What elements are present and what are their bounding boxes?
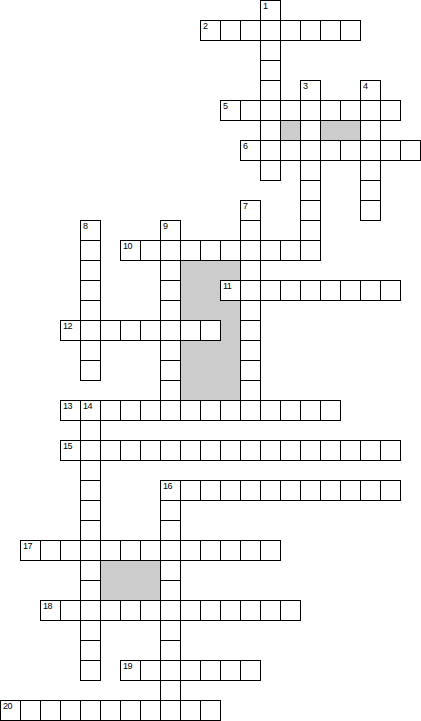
cell[interactable]: [140, 660, 161, 681]
shaded-cell: [340, 120, 361, 141]
cell[interactable]: [340, 100, 361, 121]
cell[interactable]: [260, 100, 281, 121]
cell[interactable]: [80, 640, 101, 661]
cell[interactable]: [80, 460, 101, 481]
shaded-cell: [100, 560, 121, 581]
cell[interactable]: 20: [0, 700, 21, 721]
cell[interactable]: 18: [40, 600, 61, 621]
cell[interactable]: 11: [220, 280, 241, 301]
cell[interactable]: [300, 140, 321, 161]
cell[interactable]: [220, 440, 241, 461]
shaded-cell: [220, 320, 241, 341]
cell[interactable]: 17: [20, 540, 41, 561]
clue-number: 13: [63, 402, 72, 411]
cell[interactable]: [200, 700, 221, 721]
cell[interactable]: [260, 120, 281, 141]
cell[interactable]: [200, 660, 221, 681]
cell[interactable]: [80, 300, 101, 321]
cell[interactable]: 5: [220, 100, 241, 121]
cell[interactable]: [80, 340, 101, 361]
cell[interactable]: [160, 700, 181, 721]
cell[interactable]: [320, 400, 341, 421]
cell[interactable]: [60, 700, 81, 721]
cell[interactable]: [380, 480, 401, 501]
cell[interactable]: [300, 180, 321, 201]
cell[interactable]: [240, 20, 261, 41]
cell[interactable]: [140, 320, 161, 341]
cell[interactable]: [100, 320, 121, 341]
cell[interactable]: 1: [260, 0, 281, 21]
cell[interactable]: [320, 280, 341, 301]
cell[interactable]: [160, 440, 181, 461]
cell[interactable]: [180, 540, 201, 561]
cell[interactable]: [120, 540, 141, 561]
cell[interactable]: [380, 100, 401, 121]
cell[interactable]: [300, 240, 321, 261]
clue-number: 7: [243, 202, 248, 211]
cell[interactable]: [360, 120, 381, 141]
cell[interactable]: [240, 540, 261, 561]
cell[interactable]: [300, 220, 321, 241]
cell[interactable]: [180, 400, 201, 421]
cell[interactable]: [40, 700, 61, 721]
cell[interactable]: [320, 20, 341, 41]
cell[interactable]: [300, 200, 321, 221]
cell[interactable]: [260, 280, 281, 301]
cell[interactable]: [160, 380, 181, 401]
cell[interactable]: [240, 660, 261, 681]
shaded-cell: [120, 580, 141, 601]
crossword-grid: 1234567891011121314151617181920: [0, 0, 421, 721]
cell[interactable]: [220, 240, 241, 261]
cell[interactable]: [260, 20, 281, 41]
cell[interactable]: [180, 700, 201, 721]
cell[interactable]: [360, 160, 381, 181]
shaded-cell: [180, 260, 201, 281]
cell[interactable]: [380, 140, 401, 161]
cell[interactable]: [80, 700, 101, 721]
cell[interactable]: [80, 580, 101, 601]
shaded-cell: [220, 340, 241, 361]
cell[interactable]: [60, 540, 81, 561]
cell[interactable]: [260, 40, 281, 61]
cell[interactable]: [160, 640, 181, 661]
cell[interactable]: [280, 480, 301, 501]
cell[interactable]: [160, 320, 181, 341]
cell[interactable]: [400, 140, 421, 161]
cell[interactable]: [260, 240, 281, 261]
cell[interactable]: [100, 700, 121, 721]
cell[interactable]: [300, 480, 321, 501]
shaded-cell: [180, 280, 201, 301]
clue-number: 12: [63, 322, 72, 331]
cell[interactable]: 6: [240, 140, 261, 161]
cell[interactable]: [260, 440, 281, 461]
cell[interactable]: [80, 660, 101, 681]
cell[interactable]: [160, 400, 181, 421]
cell[interactable]: [240, 220, 261, 241]
shaded-cell: [200, 260, 221, 281]
cell[interactable]: [160, 660, 181, 681]
cell[interactable]: [360, 100, 381, 121]
cell[interactable]: [140, 600, 161, 621]
shaded-cell: [220, 260, 241, 281]
cell[interactable]: [360, 440, 381, 461]
cell[interactable]: [320, 140, 341, 161]
cell[interactable]: [260, 400, 281, 421]
cell[interactable]: [180, 660, 201, 681]
cell[interactable]: [140, 440, 161, 461]
shaded-cell: [200, 300, 221, 321]
cell[interactable]: [240, 100, 261, 121]
cell[interactable]: 12: [60, 320, 81, 341]
cell[interactable]: [160, 500, 181, 521]
cell[interactable]: [160, 240, 181, 261]
cell[interactable]: [160, 520, 181, 541]
cell[interactable]: [160, 300, 181, 321]
cell[interactable]: [160, 560, 181, 581]
cell[interactable]: [200, 240, 221, 261]
shaded-cell: [320, 120, 341, 141]
cell[interactable]: [260, 60, 281, 81]
cell[interactable]: [260, 600, 281, 621]
cell[interactable]: [40, 540, 61, 561]
cell[interactable]: [180, 480, 201, 501]
clue-number: 18: [43, 602, 52, 611]
cell[interactable]: [80, 560, 101, 581]
cell[interactable]: [80, 320, 101, 341]
clue-number: 17: [23, 542, 32, 551]
cell[interactable]: [240, 260, 261, 281]
cell[interactable]: [360, 480, 381, 501]
cell[interactable]: 10: [120, 240, 141, 261]
cell[interactable]: 4: [360, 80, 381, 101]
cell[interactable]: [140, 400, 161, 421]
shaded-cell: [200, 280, 221, 301]
shaded-cell: [200, 340, 221, 361]
shaded-cell: [180, 360, 201, 381]
cell[interactable]: [280, 440, 301, 461]
cell[interactable]: [80, 620, 101, 641]
clue-number: 2: [203, 22, 208, 31]
cell[interactable]: [160, 340, 181, 361]
cell[interactable]: [200, 600, 221, 621]
shaded-cell: [280, 120, 301, 141]
cell[interactable]: [200, 540, 221, 561]
cell[interactable]: [180, 240, 201, 261]
cell[interactable]: [80, 520, 101, 541]
cell[interactable]: [80, 360, 101, 381]
cell[interactable]: [120, 600, 141, 621]
cell[interactable]: [240, 440, 261, 461]
shaded-cell: [180, 300, 201, 321]
clue-number: 9: [163, 222, 168, 231]
cell[interactable]: [260, 80, 281, 101]
clue-number: 16: [163, 482, 172, 491]
cell[interactable]: [120, 400, 141, 421]
cell[interactable]: [240, 300, 261, 321]
clue-number: 20: [3, 702, 12, 711]
cell[interactable]: [100, 440, 121, 461]
cell[interactable]: [260, 140, 281, 161]
cell[interactable]: [80, 440, 101, 461]
cell[interactable]: [140, 540, 161, 561]
cell[interactable]: [300, 440, 321, 461]
cell[interactable]: 15: [60, 440, 81, 461]
cell[interactable]: [300, 20, 321, 41]
cell[interactable]: [160, 620, 181, 641]
cell[interactable]: [300, 120, 321, 141]
cell[interactable]: [220, 600, 241, 621]
cell[interactable]: [200, 320, 221, 341]
cell[interactable]: [80, 280, 101, 301]
cell[interactable]: [200, 440, 221, 461]
shaded-cell: [220, 300, 241, 321]
cell[interactable]: [340, 440, 361, 461]
clue-number: 19: [123, 662, 132, 671]
cell[interactable]: [240, 480, 261, 501]
cell[interactable]: [160, 600, 181, 621]
cell[interactable]: [160, 280, 181, 301]
cell[interactable]: [80, 540, 101, 561]
clue-number: 4: [363, 82, 368, 91]
cell[interactable]: [380, 440, 401, 461]
cell[interactable]: [80, 480, 101, 501]
cell[interactable]: [340, 280, 361, 301]
clue-number: 11: [223, 282, 231, 291]
cell[interactable]: [140, 240, 161, 261]
cell[interactable]: [380, 280, 401, 301]
cell[interactable]: [80, 600, 101, 621]
cell[interactable]: 13: [60, 400, 81, 421]
cell[interactable]: [280, 600, 301, 621]
cell[interactable]: [200, 400, 221, 421]
cell[interactable]: [360, 140, 381, 161]
cell[interactable]: [300, 100, 321, 121]
shaded-cell: [200, 380, 221, 401]
cell[interactable]: [340, 20, 361, 41]
cell[interactable]: [120, 440, 141, 461]
clue-number: 10: [123, 242, 132, 251]
cell[interactable]: [240, 600, 261, 621]
cell[interactable]: [20, 700, 41, 721]
cell[interactable]: [360, 280, 381, 301]
cell[interactable]: [160, 360, 181, 381]
cell[interactable]: [180, 600, 201, 621]
cell[interactable]: [120, 700, 141, 721]
shaded-cell: [100, 580, 121, 601]
cell[interactable]: [220, 540, 241, 561]
cell[interactable]: [340, 480, 361, 501]
cell[interactable]: [160, 260, 181, 281]
cell[interactable]: [160, 680, 181, 701]
cell[interactable]: 9: [160, 220, 181, 241]
cell[interactable]: [180, 440, 201, 461]
clue-number: 3: [303, 82, 308, 91]
cell[interactable]: [280, 400, 301, 421]
cell[interactable]: [160, 540, 181, 561]
cell[interactable]: [280, 280, 301, 301]
cell[interactable]: 14: [80, 400, 101, 421]
shaded-cell: [140, 560, 161, 581]
cell[interactable]: [220, 480, 241, 501]
cell[interactable]: 2: [200, 20, 221, 41]
cell[interactable]: [180, 320, 201, 341]
shaded-cell: [140, 580, 161, 601]
cell[interactable]: [80, 420, 101, 441]
cell[interactable]: [260, 540, 281, 561]
shaded-cell: [180, 340, 201, 361]
cell[interactable]: [280, 240, 301, 261]
cell[interactable]: 16: [160, 480, 181, 501]
cell[interactable]: [80, 260, 101, 281]
cell[interactable]: [60, 600, 81, 621]
cell[interactable]: [240, 340, 261, 361]
cell[interactable]: [280, 100, 301, 121]
cell[interactable]: [300, 160, 321, 181]
cell[interactable]: [240, 380, 261, 401]
cell[interactable]: [320, 440, 341, 461]
cell[interactable]: [100, 540, 121, 561]
cell[interactable]: 3: [300, 80, 321, 101]
cell[interactable]: [140, 700, 161, 721]
cell[interactable]: [100, 400, 121, 421]
cell[interactable]: [260, 480, 281, 501]
cell[interactable]: 7: [240, 200, 261, 221]
cell[interactable]: [300, 400, 321, 421]
cell[interactable]: [220, 20, 241, 41]
cell[interactable]: [120, 320, 141, 341]
cell[interactable]: [220, 400, 241, 421]
shaded-cell: [220, 380, 241, 401]
cell[interactable]: [260, 160, 281, 181]
cell[interactable]: [100, 600, 121, 621]
cell[interactable]: 8: [80, 220, 101, 241]
cell[interactable]: [220, 660, 241, 681]
clue-number: 1: [263, 2, 268, 11]
cell[interactable]: [360, 200, 381, 221]
cell[interactable]: [360, 180, 381, 201]
cell[interactable]: [160, 580, 181, 601]
cell[interactable]: [280, 20, 301, 41]
shaded-cell: [200, 360, 221, 381]
clue-number: 5: [223, 102, 228, 111]
cell[interactable]: [280, 140, 301, 161]
cell[interactable]: [80, 240, 101, 261]
cell[interactable]: [240, 360, 261, 381]
clue-number: 6: [243, 142, 248, 151]
cell[interactable]: [320, 100, 341, 121]
cell[interactable]: [240, 280, 261, 301]
clue-number: 14: [83, 402, 92, 411]
shaded-cell: [180, 380, 201, 401]
cell[interactable]: [240, 320, 261, 341]
cell[interactable]: [320, 480, 341, 501]
cell[interactable]: [240, 400, 261, 421]
clue-number: 8: [83, 222, 88, 231]
cell[interactable]: [200, 480, 221, 501]
cell[interactable]: 19: [120, 660, 141, 681]
clue-number: 15: [63, 442, 72, 451]
shaded-cell: [120, 560, 141, 581]
cell[interactable]: [80, 500, 101, 521]
shaded-cell: [220, 360, 241, 381]
cell[interactable]: [240, 240, 261, 261]
cell[interactable]: [300, 280, 321, 301]
cell[interactable]: [340, 140, 361, 161]
